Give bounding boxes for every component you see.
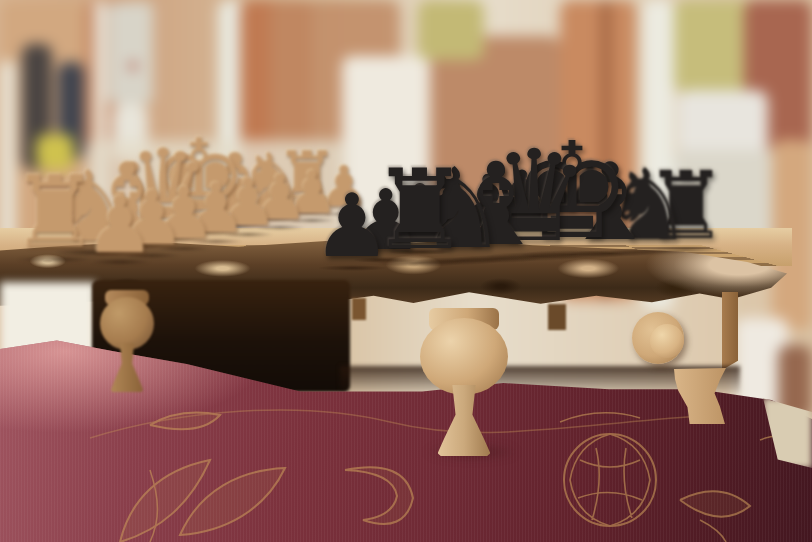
photo-of-rustic-chess-set: ♜♞♝♛♚♝♞♜♟♟♟♟♟♟♟♟♟♟♟♟♟♟♟♟♜♞♝♛♚♝♞♜: [0, 0, 812, 542]
chess-pieces-layer: ♜♞♝♛♚♝♞♜♟♟♟♟♟♟♟♟♟♟♟♟♟♟♟♟♜♞♝♛♚♝♞♜: [0, 0, 812, 542]
chess-piece-bP-a7: ♟: [313, 183, 391, 270]
chess-piece-wP-a2: ♟: [85, 186, 155, 264]
